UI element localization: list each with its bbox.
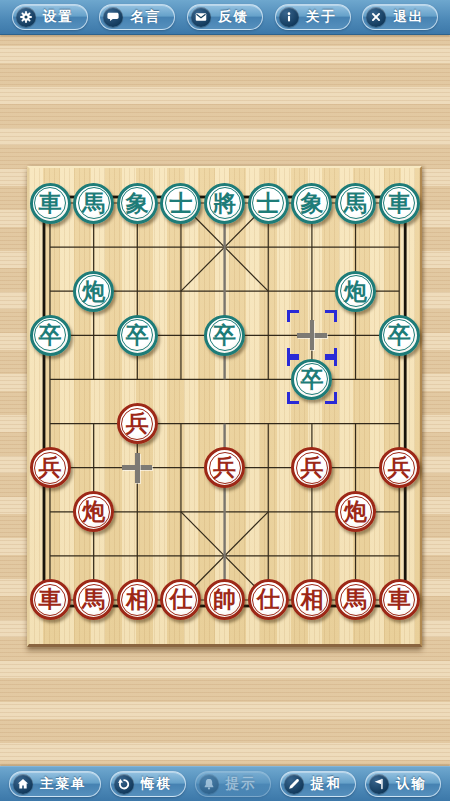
piece-red-馬[interactable]: 馬 bbox=[73, 579, 114, 620]
piece-red-相[interactable]: 相 bbox=[117, 579, 158, 620]
piece-black-象[interactable]: 象 bbox=[291, 183, 332, 224]
settings-button[interactable]: 设置 bbox=[12, 4, 88, 30]
piece-black-馬[interactable]: 馬 bbox=[335, 183, 376, 224]
last-move-origin-marker bbox=[297, 320, 327, 350]
piece-black-象[interactable]: 象 bbox=[117, 183, 158, 224]
about-button-label: 关于 bbox=[306, 8, 337, 26]
undo-move-button[interactable]: 悔棋 bbox=[110, 771, 186, 797]
feedback-button[interactable]: 反馈 bbox=[187, 4, 263, 30]
top-toolbar: 设置 名言 反馈 关于 退出 bbox=[0, 0, 450, 35]
piece-red-兵[interactable]: 兵 bbox=[379, 447, 420, 488]
piece-red-炮[interactable]: 炮 bbox=[335, 491, 376, 532]
piece-black-馬[interactable]: 馬 bbox=[73, 183, 114, 224]
envelope-icon bbox=[191, 7, 211, 27]
quotes-button-label: 名言 bbox=[130, 8, 161, 26]
offer-draw-button-label: 提和 bbox=[311, 775, 342, 793]
close-icon bbox=[366, 7, 386, 27]
hint-button: 提示 bbox=[195, 771, 271, 797]
exit-button-label: 退出 bbox=[393, 8, 424, 26]
home-icon bbox=[13, 774, 33, 794]
gear-icon bbox=[16, 7, 36, 27]
piece-red-兵[interactable]: 兵 bbox=[291, 447, 332, 488]
bottom-toolbar: 主菜单 悔棋 提示 提和 认输 bbox=[0, 766, 450, 801]
piece-red-車[interactable]: 車 bbox=[30, 579, 71, 620]
last-move-origin-marker bbox=[122, 453, 152, 483]
undo-icon bbox=[114, 774, 134, 794]
flag-icon bbox=[369, 774, 389, 794]
info-icon bbox=[279, 7, 299, 27]
undo-move-button-label: 悔棋 bbox=[141, 775, 172, 793]
piece-black-炮[interactable]: 炮 bbox=[73, 271, 114, 312]
about-button[interactable]: 关于 bbox=[275, 4, 351, 30]
piece-black-卒[interactable]: 卒 bbox=[291, 359, 332, 400]
speech-bubble-icon bbox=[103, 7, 123, 27]
board-panel[interactable]: 車馬象士將士象馬車炮炮卒卒卒卒卒兵兵兵兵兵炮炮車馬相仕帥仕相馬車 bbox=[27, 166, 422, 647]
piece-red-馬[interactable]: 馬 bbox=[335, 579, 376, 620]
pieces-layer: 車馬象士將士象馬車炮炮卒卒卒卒卒兵兵兵兵兵炮炮車馬相仕帥仕相馬車 bbox=[27, 166, 422, 647]
piece-red-兵[interactable]: 兵 bbox=[117, 403, 158, 444]
bell-icon bbox=[199, 774, 219, 794]
quotes-button[interactable]: 名言 bbox=[99, 4, 175, 30]
resign-button[interactable]: 认输 bbox=[365, 771, 441, 797]
piece-black-炮[interactable]: 炮 bbox=[335, 271, 376, 312]
piece-red-仕[interactable]: 仕 bbox=[160, 579, 201, 620]
piece-black-卒[interactable]: 卒 bbox=[204, 315, 245, 356]
piece-black-卒[interactable]: 卒 bbox=[30, 315, 71, 356]
offer-draw-button[interactable]: 提和 bbox=[280, 771, 356, 797]
piece-black-車[interactable]: 車 bbox=[379, 183, 420, 224]
piece-red-車[interactable]: 車 bbox=[379, 579, 420, 620]
pencil-icon bbox=[284, 774, 304, 794]
piece-black-士[interactable]: 士 bbox=[248, 183, 289, 224]
piece-red-仕[interactable]: 仕 bbox=[248, 579, 289, 620]
piece-red-兵[interactable]: 兵 bbox=[30, 447, 71, 488]
piece-red-兵[interactable]: 兵 bbox=[204, 447, 245, 488]
main-menu-button[interactable]: 主菜单 bbox=[9, 771, 101, 797]
hint-button-label: 提示 bbox=[226, 775, 257, 793]
piece-black-卒[interactable]: 卒 bbox=[379, 315, 420, 356]
piece-red-帥[interactable]: 帥 bbox=[204, 579, 245, 620]
piece-red-相[interactable]: 相 bbox=[291, 579, 332, 620]
piece-black-車[interactable]: 車 bbox=[30, 183, 71, 224]
feedback-button-label: 反馈 bbox=[218, 8, 249, 26]
piece-black-卒[interactable]: 卒 bbox=[117, 315, 158, 356]
exit-button[interactable]: 退出 bbox=[362, 4, 438, 30]
main-menu-button-label: 主菜单 bbox=[40, 775, 87, 793]
resign-button-label: 认输 bbox=[396, 775, 427, 793]
piece-black-士[interactable]: 士 bbox=[160, 183, 201, 224]
piece-black-將[interactable]: 將 bbox=[204, 183, 245, 224]
settings-button-label: 设置 bbox=[43, 8, 74, 26]
piece-red-炮[interactable]: 炮 bbox=[73, 491, 114, 532]
